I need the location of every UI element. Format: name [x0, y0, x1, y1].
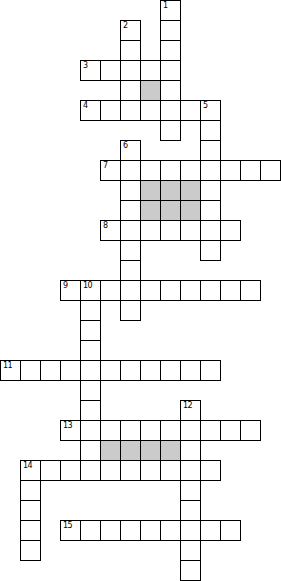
- grid-cell[interactable]: [100, 280, 121, 301]
- grid-cell[interactable]: [180, 160, 201, 181]
- grid-cell[interactable]: [80, 300, 101, 321]
- grid-cell[interactable]: [220, 220, 241, 241]
- clue-number: 13: [63, 422, 72, 430]
- grid-cell[interactable]: [120, 360, 141, 381]
- grid-cell[interactable]: [160, 100, 181, 121]
- grid-cell[interactable]: [120, 300, 141, 321]
- grid-cell[interactable]: [20, 520, 41, 541]
- grid-cell[interactable]: [120, 160, 141, 181]
- grid-cell[interactable]: [240, 280, 261, 301]
- grid-cell[interactable]: [180, 360, 201, 381]
- grid-cell[interactable]: [160, 120, 181, 141]
- blocked-cell: [140, 180, 161, 201]
- clue-number: 1: [163, 2, 168, 10]
- grid-cell[interactable]: [180, 540, 201, 561]
- grid-cell[interactable]: [120, 280, 141, 301]
- grid-cell[interactable]: [200, 140, 221, 161]
- grid-cell[interactable]: 10: [80, 280, 101, 301]
- clue-number: 8: [103, 222, 108, 230]
- grid-cell[interactable]: 7: [100, 160, 121, 181]
- grid-cell[interactable]: [200, 520, 221, 541]
- grid-cell[interactable]: [20, 500, 41, 521]
- grid-cell[interactable]: 2: [120, 20, 141, 41]
- clue-number: 7: [103, 162, 108, 170]
- grid-cell[interactable]: [80, 440, 101, 461]
- grid-cell[interactable]: [100, 520, 121, 541]
- grid-cell[interactable]: [160, 60, 181, 81]
- crossword-grid: 123456789101112131415: [0, 0, 281, 581]
- grid-cell[interactable]: [160, 460, 181, 481]
- grid-cell[interactable]: [200, 180, 221, 201]
- grid-cell[interactable]: [180, 460, 201, 481]
- grid-cell[interactable]: [160, 20, 181, 41]
- grid-cell[interactable]: [180, 560, 201, 581]
- clue-number: 11: [3, 362, 12, 370]
- grid-cell[interactable]: [120, 60, 141, 81]
- grid-cell[interactable]: [220, 520, 241, 541]
- grid-cell[interactable]: [180, 220, 201, 241]
- grid-cell[interactable]: [180, 440, 201, 461]
- grid-cell[interactable]: [120, 260, 141, 281]
- grid-cell[interactable]: [20, 540, 41, 561]
- clue-number: 2: [123, 22, 128, 30]
- grid-cell[interactable]: [120, 180, 141, 201]
- grid-cell[interactable]: [140, 60, 161, 81]
- grid-cell[interactable]: [60, 360, 81, 381]
- grid-cell[interactable]: [200, 360, 221, 381]
- grid-cell[interactable]: [200, 460, 221, 481]
- grid-cell[interactable]: [140, 420, 161, 441]
- blocked-cell: [180, 200, 201, 221]
- grid-cell[interactable]: 5: [200, 100, 221, 121]
- grid-cell[interactable]: [120, 200, 141, 221]
- grid-cell[interactable]: 3: [80, 60, 101, 81]
- grid-cell[interactable]: [200, 220, 221, 241]
- grid-cell[interactable]: [200, 200, 221, 221]
- grid-cell[interactable]: [80, 360, 101, 381]
- clue-number: 4: [83, 102, 88, 110]
- grid-cell[interactable]: [160, 360, 181, 381]
- grid-cell[interactable]: [140, 520, 161, 541]
- grid-cell[interactable]: [80, 320, 101, 341]
- grid-cell[interactable]: [240, 160, 261, 181]
- grid-cell[interactable]: [80, 380, 101, 401]
- grid-cell[interactable]: [160, 160, 181, 181]
- grid-cell[interactable]: [20, 480, 41, 501]
- grid-cell[interactable]: [140, 160, 161, 181]
- grid-cell[interactable]: [260, 160, 281, 181]
- grid-cell[interactable]: [140, 360, 161, 381]
- blocked-cell: [160, 200, 181, 221]
- grid-cell[interactable]: [80, 460, 101, 481]
- grid-cell[interactable]: [180, 480, 201, 501]
- grid-cell[interactable]: 6: [120, 140, 141, 161]
- grid-cell[interactable]: [140, 220, 161, 241]
- grid-cell[interactable]: [180, 420, 201, 441]
- grid-cell[interactable]: [160, 520, 181, 541]
- grid-cell[interactable]: [100, 460, 121, 481]
- grid-cell[interactable]: [160, 280, 181, 301]
- grid-cell[interactable]: 4: [80, 100, 101, 121]
- grid-cell[interactable]: 12: [180, 400, 201, 421]
- grid-cell[interactable]: [60, 460, 81, 481]
- grid-cell[interactable]: [120, 240, 141, 261]
- grid-cell[interactable]: [80, 400, 101, 421]
- crossword-puzzle: 123456789101112131415: [0, 0, 281, 581]
- blocked-cell: [160, 440, 181, 461]
- grid-cell[interactable]: 8: [100, 220, 121, 241]
- grid-cell[interactable]: 13: [60, 420, 81, 441]
- grid-cell[interactable]: [200, 240, 221, 261]
- clue-number: 3: [83, 62, 88, 70]
- grid-cell[interactable]: [180, 100, 201, 121]
- grid-cell[interactable]: [120, 40, 141, 61]
- grid-cell[interactable]: [80, 420, 101, 441]
- grid-cell[interactable]: [100, 360, 121, 381]
- blocked-cell: [140, 80, 161, 101]
- grid-cell[interactable]: [220, 280, 241, 301]
- grid-cell[interactable]: 9: [60, 280, 81, 301]
- grid-cell[interactable]: [100, 420, 121, 441]
- grid-cell[interactable]: 14: [20, 460, 41, 481]
- grid-cell[interactable]: [120, 220, 141, 241]
- blocked-cell: [140, 440, 161, 461]
- grid-cell[interactable]: [80, 340, 101, 361]
- grid-cell[interactable]: [180, 280, 201, 301]
- grid-cell[interactable]: 11: [0, 360, 21, 381]
- grid-cell[interactable]: [200, 120, 221, 141]
- grid-cell[interactable]: [240, 420, 261, 441]
- grid-cell[interactable]: [180, 520, 201, 541]
- clue-number: 12: [183, 402, 192, 410]
- grid-cell[interactable]: [160, 220, 181, 241]
- blocked-cell: [140, 200, 161, 221]
- grid-cell[interactable]: 15: [60, 520, 81, 541]
- clue-number: 5: [203, 102, 208, 110]
- clue-number: 14: [23, 462, 32, 470]
- grid-cell[interactable]: 1: [160, 0, 181, 21]
- grid-cell[interactable]: [200, 280, 221, 301]
- blocked-cell: [160, 180, 181, 201]
- blocked-cell: [100, 440, 121, 461]
- grid-cell[interactable]: [120, 80, 141, 101]
- blocked-cell: [120, 440, 141, 461]
- grid-cell[interactable]: [180, 500, 201, 521]
- grid-cell[interactable]: [220, 160, 241, 181]
- clue-number: 6: [123, 142, 128, 150]
- clue-number: 15: [63, 522, 72, 530]
- grid-cell[interactable]: [40, 360, 61, 381]
- grid-cell[interactable]: [80, 520, 101, 541]
- clue-number: 10: [83, 282, 92, 290]
- clue-number: 9: [63, 282, 68, 290]
- grid-cell[interactable]: [40, 460, 61, 481]
- blocked-cell: [180, 180, 201, 201]
- grid-cell[interactable]: [160, 40, 181, 61]
- grid-cell[interactable]: [120, 520, 141, 541]
- grid-cell[interactable]: [200, 160, 221, 181]
- grid-cell[interactable]: [200, 420, 221, 441]
- grid-cell[interactable]: [120, 460, 141, 481]
- grid-cell[interactable]: [100, 100, 121, 121]
- grid-cell[interactable]: [140, 280, 161, 301]
- grid-cell[interactable]: [120, 420, 141, 441]
- grid-cell[interactable]: [20, 360, 41, 381]
- grid-cell[interactable]: [160, 420, 181, 441]
- grid-cell[interactable]: [140, 100, 161, 121]
- grid-cell[interactable]: [100, 60, 121, 81]
- grid-cell[interactable]: [140, 460, 161, 481]
- grid-cell[interactable]: [160, 80, 181, 101]
- grid-cell[interactable]: [120, 100, 141, 121]
- grid-cell[interactable]: [220, 420, 241, 441]
